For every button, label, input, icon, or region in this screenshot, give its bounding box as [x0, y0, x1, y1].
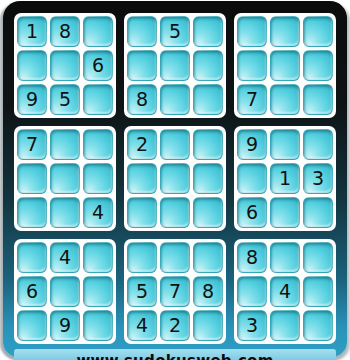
cell-r8c1[interactable]: 6: [17, 276, 47, 307]
cell-r4c2[interactable]: [50, 129, 80, 160]
cell-r7c3[interactable]: [83, 242, 113, 273]
cell-r3c6[interactable]: [193, 84, 223, 115]
cell-r9c8[interactable]: [270, 310, 300, 341]
cell-r4c4[interactable]: 2: [127, 129, 157, 160]
cell-r2c7[interactable]: [237, 50, 267, 81]
cell-r3c3[interactable]: [83, 84, 113, 115]
sudoku-box-8: 57842: [124, 239, 226, 344]
cell-r1c4[interactable]: [127, 16, 157, 47]
cell-r5c4[interactable]: [127, 163, 157, 194]
cell-r8c2[interactable]: [50, 276, 80, 307]
sudoku-box-1: 18695: [14, 13, 116, 118]
sudoku-box-4: 74: [14, 126, 116, 231]
cell-r4c9[interactable]: [303, 129, 333, 160]
cell-r9c4[interactable]: 4: [127, 310, 157, 341]
sudoku-app: 18695587742913646957842843 www.sudokuswe…: [0, 0, 350, 360]
cell-r8c3[interactable]: [83, 276, 113, 307]
cell-r5c9[interactable]: 3: [303, 163, 333, 194]
cell-r6c9[interactable]: [303, 197, 333, 228]
cell-r9c3[interactable]: [83, 310, 113, 341]
cell-r3c2[interactable]: 5: [50, 84, 80, 115]
cell-r7c2[interactable]: 4: [50, 242, 80, 273]
cell-r6c2[interactable]: [50, 197, 80, 228]
cell-r3c7[interactable]: 7: [237, 84, 267, 115]
cell-r5c2[interactable]: [50, 163, 80, 194]
cell-r6c3[interactable]: 4: [83, 197, 113, 228]
cell-r2c4[interactable]: [127, 50, 157, 81]
cell-r4c1[interactable]: 7: [17, 129, 47, 160]
cell-r6c1[interactable]: [17, 197, 47, 228]
cell-r6c4[interactable]: [127, 197, 157, 228]
cell-r1c6[interactable]: [193, 16, 223, 47]
sudoku-board: 18695587742913646957842843: [14, 13, 336, 344]
cell-r6c5[interactable]: [160, 197, 190, 228]
footer-banner: www.sudokusweb.com: [14, 349, 336, 360]
cell-r8c7[interactable]: [237, 276, 267, 307]
cell-r1c8[interactable]: [270, 16, 300, 47]
cell-r2c9[interactable]: [303, 50, 333, 81]
cell-r5c3[interactable]: [83, 163, 113, 194]
cell-r5c8[interactable]: 1: [270, 163, 300, 194]
cell-r7c1[interactable]: [17, 242, 47, 273]
cell-r5c7[interactable]: [237, 163, 267, 194]
sudoku-box-7: 469: [14, 239, 116, 344]
sudoku-box-5: 2: [124, 126, 226, 231]
cell-r6c7[interactable]: 6: [237, 197, 267, 228]
cell-r5c1[interactable]: [17, 163, 47, 194]
cell-r4c5[interactable]: [160, 129, 190, 160]
cell-r1c3[interactable]: [83, 16, 113, 47]
sudoku-box-6: 9136: [234, 126, 336, 231]
cell-r1c7[interactable]: [237, 16, 267, 47]
cell-r3c9[interactable]: [303, 84, 333, 115]
cell-r2c5[interactable]: [160, 50, 190, 81]
cell-r2c8[interactable]: [270, 50, 300, 81]
cell-r4c3[interactable]: [83, 129, 113, 160]
cell-r7c7[interactable]: 8: [237, 242, 267, 273]
cell-r2c3[interactable]: 6: [83, 50, 113, 81]
cell-r3c4[interactable]: 8: [127, 84, 157, 115]
site-url: www.sudokusweb.com: [76, 352, 273, 360]
cell-r1c9[interactable]: [303, 16, 333, 47]
cell-r5c5[interactable]: [160, 163, 190, 194]
cell-r9c1[interactable]: [17, 310, 47, 341]
cell-r7c5[interactable]: [160, 242, 190, 273]
cell-r2c6[interactable]: [193, 50, 223, 81]
sudoku-box-2: 58: [124, 13, 226, 118]
cell-r3c8[interactable]: [270, 84, 300, 115]
cell-r8c4[interactable]: 5: [127, 276, 157, 307]
cell-r8c9[interactable]: [303, 276, 333, 307]
cell-r7c6[interactable]: [193, 242, 223, 273]
cell-r9c9[interactable]: [303, 310, 333, 341]
board-frame: 18695587742913646957842843 www.sudokuswe…: [3, 1, 347, 357]
cell-r1c5[interactable]: 5: [160, 16, 190, 47]
cell-r7c9[interactable]: [303, 242, 333, 273]
cell-r9c5[interactable]: 2: [160, 310, 190, 341]
cell-r4c7[interactable]: 9: [237, 129, 267, 160]
cell-r8c8[interactable]: 4: [270, 276, 300, 307]
cell-r9c6[interactable]: [193, 310, 223, 341]
cell-r2c2[interactable]: [50, 50, 80, 81]
cell-r4c6[interactable]: [193, 129, 223, 160]
cell-r3c5[interactable]: [160, 84, 190, 115]
cell-r1c2[interactable]: 8: [50, 16, 80, 47]
cell-r8c5[interactable]: 7: [160, 276, 190, 307]
cell-r5c6[interactable]: [193, 163, 223, 194]
cell-r2c1[interactable]: [17, 50, 47, 81]
cell-r4c8[interactable]: [270, 129, 300, 160]
cell-r1c1[interactable]: 1: [17, 16, 47, 47]
cell-r6c6[interactable]: [193, 197, 223, 228]
cell-r3c1[interactable]: 9: [17, 84, 47, 115]
cell-r7c8[interactable]: [270, 242, 300, 273]
sudoku-box-9: 843: [234, 239, 336, 344]
cell-r6c8[interactable]: [270, 197, 300, 228]
sudoku-box-3: 7: [234, 13, 336, 118]
cell-r7c4[interactable]: [127, 242, 157, 273]
cell-r8c6[interactable]: 8: [193, 276, 223, 307]
cell-r9c2[interactable]: 9: [50, 310, 80, 341]
cell-r9c7[interactable]: 3: [237, 310, 267, 341]
